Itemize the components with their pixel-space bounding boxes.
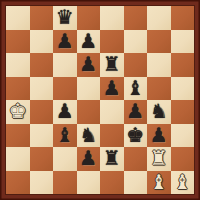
square-b6[interactable] [30,53,54,77]
square-e4[interactable] [100,100,124,124]
square-a7[interactable] [6,30,30,54]
square-c4[interactable]: ♟ [53,100,77,124]
board-frame: ♛♟♟♟♜♟♝♚♟♟♞♝♞♚♟♟♜♜♝♝ [0,0,200,200]
square-d6[interactable]: ♟ [77,53,101,77]
square-c2[interactable] [53,147,77,171]
piece-black-knight[interactable]: ♞ [150,100,168,124]
square-c6[interactable] [53,53,77,77]
square-h2[interactable] [171,147,195,171]
square-c3[interactable]: ♝ [53,124,77,148]
square-f1[interactable] [124,171,148,195]
square-f8[interactable] [124,6,148,30]
square-e8[interactable] [100,6,124,30]
square-c8[interactable]: ♛ [53,6,77,30]
square-a5[interactable] [6,77,30,101]
piece-white-bishop[interactable]: ♝ [173,170,191,194]
square-e2[interactable]: ♜ [100,147,124,171]
square-f6[interactable] [124,53,148,77]
square-h7[interactable] [171,30,195,54]
piece-black-pawn[interactable]: ♟ [79,29,97,53]
square-c5[interactable] [53,77,77,101]
piece-black-pawn[interactable]: ♟ [79,53,97,77]
square-h8[interactable] [171,6,195,30]
square-f7[interactable] [124,30,148,54]
piece-black-pawn[interactable]: ♟ [103,76,121,100]
piece-black-bishop[interactable]: ♝ [126,76,144,100]
piece-white-king[interactable]: ♚ [9,100,27,124]
piece-black-pawn[interactable]: ♟ [126,100,144,124]
square-d1[interactable] [77,171,101,195]
piece-black-queen[interactable]: ♛ [56,6,74,30]
square-h5[interactable] [171,77,195,101]
square-b5[interactable] [30,77,54,101]
square-b3[interactable] [30,124,54,148]
square-f4[interactable]: ♟ [124,100,148,124]
square-d8[interactable] [77,6,101,30]
square-g7[interactable] [147,30,171,54]
chess-app: ♛♟♟♟♜♟♝♚♟♟♞♝♞♚♟♟♜♜♝♝ [0,0,200,200]
piece-black-rook[interactable]: ♜ [103,53,121,77]
square-d5[interactable] [77,77,101,101]
piece-white-rook[interactable]: ♜ [150,147,168,171]
square-g2[interactable]: ♜ [147,147,171,171]
square-a2[interactable] [6,147,30,171]
square-b2[interactable] [30,147,54,171]
piece-black-knight[interactable]: ♞ [79,123,97,147]
square-b4[interactable] [30,100,54,124]
square-h3[interactable] [171,124,195,148]
square-d4[interactable] [77,100,101,124]
square-h4[interactable] [171,100,195,124]
piece-white-bishop[interactable]: ♝ [150,170,168,194]
square-f5[interactable]: ♝ [124,77,148,101]
square-e1[interactable] [100,171,124,195]
square-g5[interactable] [147,77,171,101]
square-g6[interactable] [147,53,171,77]
square-a1[interactable] [6,171,30,195]
square-h6[interactable] [171,53,195,77]
piece-black-pawn[interactable]: ♟ [56,100,74,124]
square-a4[interactable]: ♚ [6,100,30,124]
square-c7[interactable]: ♟ [53,30,77,54]
piece-black-king[interactable]: ♚ [126,123,144,147]
piece-black-pawn[interactable]: ♟ [79,147,97,171]
square-b1[interactable] [30,171,54,195]
square-g8[interactable] [147,6,171,30]
piece-black-pawn[interactable]: ♟ [56,29,74,53]
square-d2[interactable]: ♟ [77,147,101,171]
square-b8[interactable] [30,6,54,30]
square-d7[interactable]: ♟ [77,30,101,54]
square-g4[interactable]: ♞ [147,100,171,124]
square-e3[interactable] [100,124,124,148]
square-e6[interactable]: ♜ [100,53,124,77]
square-f2[interactable] [124,147,148,171]
square-a3[interactable] [6,124,30,148]
piece-black-rook[interactable]: ♜ [103,147,121,171]
chess-board: ♛♟♟♟♜♟♝♚♟♟♞♝♞♚♟♟♜♜♝♝ [6,6,194,194]
square-g3[interactable]: ♟ [147,124,171,148]
square-a6[interactable] [6,53,30,77]
square-e7[interactable] [100,30,124,54]
square-g1[interactable]: ♝ [147,171,171,195]
square-d3[interactable]: ♞ [77,124,101,148]
square-c1[interactable] [53,171,77,195]
square-f3[interactable]: ♚ [124,124,148,148]
square-a8[interactable] [6,6,30,30]
square-b7[interactable] [30,30,54,54]
square-e5[interactable]: ♟ [100,77,124,101]
piece-black-bishop[interactable]: ♝ [56,123,74,147]
square-h1[interactable]: ♝ [171,171,195,195]
piece-black-pawn[interactable]: ♟ [150,123,168,147]
